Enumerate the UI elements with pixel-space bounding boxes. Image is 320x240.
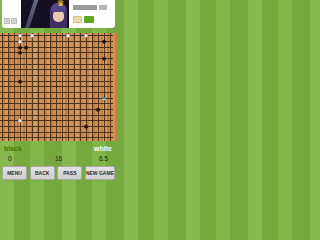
black-captures-value: 0 [8,155,12,162]
menu-button[interactable]: MENU [2,166,27,180]
white-komi-value: 6.5 [99,155,108,162]
black-stone: ● [96,107,101,112]
white-stone: ● [18,39,23,44]
ad-headline-text [73,5,97,10]
white-stone: ● [18,118,23,123]
black-stone: ● [102,39,107,44]
white-stone-last-move: ● [102,96,107,101]
white-player-label: white [94,145,112,152]
player-labels: black white [0,145,117,154]
black-stone: ● [24,45,29,50]
ad-close-icon[interactable]: i [11,18,17,24]
ad-install-button[interactable] [84,16,94,23]
score-row: 16 0 6.5 [0,155,117,163]
black-player-label: black [4,145,22,152]
black-stone: ● [18,79,23,84]
ad-headline-text-2 [99,5,107,10]
sword-graphic [23,0,39,28]
white-stone: ● [30,33,35,38]
go-board[interactable]: ●●●●●●●●●●●●●●● [0,33,117,141]
black-stone: ● [102,56,107,61]
bottom-panel: black white 16 0 6.5 MENU BACK PASS NEW … [0,141,117,184]
white-stone: ● [18,33,23,38]
black-stone: ● [84,124,89,129]
ad-banner[interactable]: i i ♛ [2,0,115,28]
black-stone: ● [18,50,23,55]
ad-info-icon[interactable]: i [4,18,10,24]
go-board-grid: ●●●●●●●●●●●●●●● [0,33,113,141]
button-bar: MENU BACK PASS NEW GAME [2,166,115,180]
last-move-marker [103,97,105,99]
new-game-button[interactable]: NEW GAME [85,166,115,180]
ad-tag-button[interactable] [73,16,82,23]
board-cell[interactable] [107,135,113,141]
black-stone: ● [18,45,23,50]
white-stone: ● [84,33,89,38]
back-button[interactable]: BACK [30,166,55,180]
crown-icon: ♛ [57,0,64,8]
pass-button[interactable]: PASS [57,166,82,180]
white-stone: ● [66,33,71,38]
